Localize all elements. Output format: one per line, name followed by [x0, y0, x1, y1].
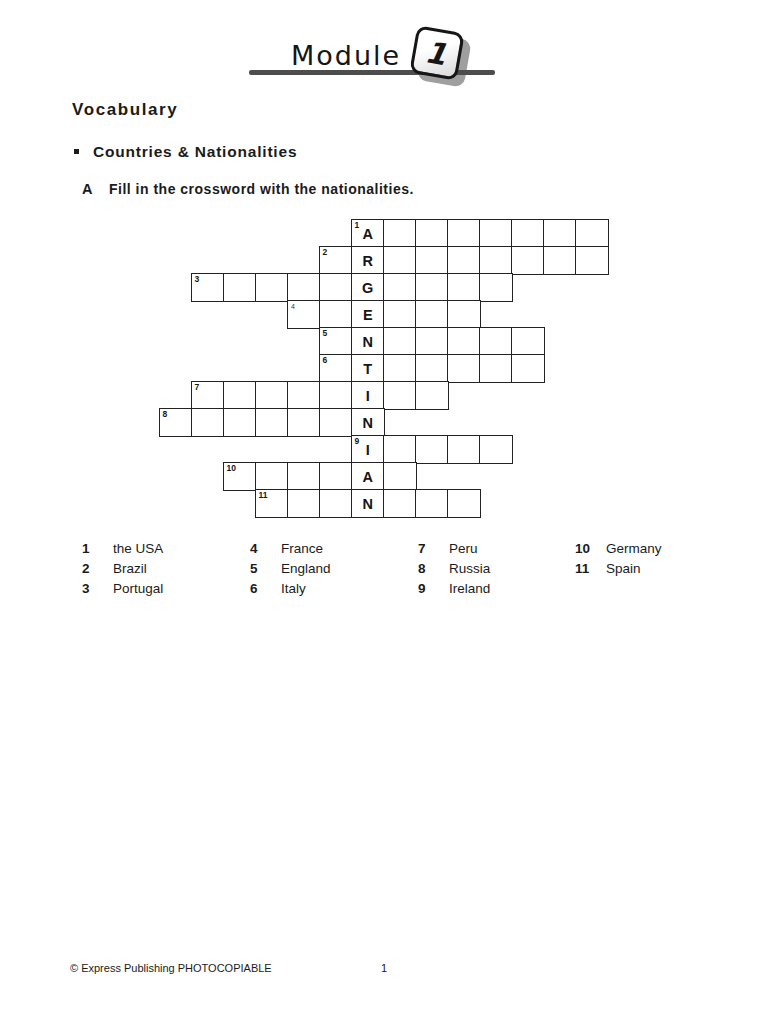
cell-letter: N	[363, 332, 373, 350]
crossword-cell-r2c13[interactable]	[543, 246, 577, 275]
crossword-cell-r2c6[interactable]: 2	[319, 246, 353, 275]
crossword-cell-r2c12[interactable]	[511, 246, 545, 275]
crossword-cell-r7c4[interactable]	[255, 381, 289, 410]
worksheet-page: { "game": "crossword", "position": "####…	[0, 0, 768, 1024]
crossword-cell-r9c10[interactable]	[447, 435, 481, 464]
crossword-cell-r9c7[interactable]: 9I	[351, 435, 385, 464]
clue-number: 6	[323, 356, 328, 365]
exercise-instructions: Fill in the crossword with the nationali…	[109, 181, 414, 197]
crossword-cell-r3c5[interactable]	[287, 273, 321, 302]
crossword-cell-r6c12[interactable]	[511, 354, 545, 383]
crossword-cell-r4c5[interactable]: 4	[287, 300, 321, 329]
clue-list-number: 5	[250, 559, 281, 579]
clue-item: 2Brazil	[82, 558, 163, 578]
crossword-cell-r1c12[interactable]	[511, 219, 545, 248]
cell-letter: N	[363, 494, 373, 512]
crossword-cell-r6c6[interactable]: 6	[319, 354, 353, 383]
page-title: Vocabulary	[72, 100, 178, 120]
crossword-cell-r7c2[interactable]: 7	[191, 381, 225, 410]
clue-column-2: 4France5England6Italy	[250, 538, 331, 598]
clue-list: 1the USA2Brazil3Portugal 4France5England…	[0, 538, 768, 602]
crossword-cell-r6c9[interactable]	[415, 354, 449, 383]
crossword-cell-r3c11[interactable]	[479, 273, 513, 302]
cell-letter: R	[363, 251, 373, 269]
crossword-cell-r11c6[interactable]	[319, 489, 353, 518]
crossword-cell-r4c8[interactable]	[383, 300, 417, 329]
clue-list-number: 1	[82, 539, 113, 559]
clue-list-number: 4	[250, 539, 281, 559]
crossword-cell-r9c11[interactable]	[479, 435, 513, 464]
clue-country: Italy	[281, 581, 306, 596]
clue-item: 9Ireland	[418, 578, 490, 598]
clue-number: 4	[291, 303, 295, 310]
crossword-cell-r11c5[interactable]	[287, 489, 321, 518]
crossword-cell-r11c8[interactable]	[383, 489, 417, 518]
crossword-cell-r2c9[interactable]	[415, 246, 449, 275]
crossword-cell-r1c14[interactable]	[575, 219, 609, 248]
clue-country: France	[281, 541, 323, 556]
crossword-cell-r3c7[interactable]: G	[351, 273, 385, 302]
clue-number: 11	[259, 491, 268, 500]
module-title: Module	[291, 40, 401, 71]
exercise-letter: A	[82, 181, 92, 197]
crossword-cell-r5c7[interactable]: N	[351, 327, 385, 356]
clue-country: Russia	[449, 561, 490, 576]
crossword-cell-r1c8[interactable]	[383, 219, 417, 248]
crossword-cell-r2c11[interactable]	[479, 246, 513, 275]
crossword-cell-r8c1[interactable]: 8	[159, 408, 193, 437]
cell-letter: N	[363, 413, 373, 431]
crossword-cell-r2c8[interactable]	[383, 246, 417, 275]
crossword-cell-r7c8[interactable]	[383, 381, 417, 410]
clue-number: 2	[323, 248, 328, 257]
cell-letter: E	[363, 305, 373, 323]
module-header: Module 1	[0, 0, 768, 100]
module-number-badge: 1	[409, 25, 465, 81]
clue-list-number: 10	[575, 539, 606, 559]
crossword-cell-r10c3[interactable]: 10	[223, 462, 257, 491]
crossword-cell-r8c7[interactable]: N	[351, 408, 385, 437]
clue-item: 6Italy	[250, 578, 331, 598]
crossword-cell-r11c9[interactable]	[415, 489, 449, 518]
clue-number: 10	[227, 464, 236, 473]
crossword-cell-r9c8[interactable]	[383, 435, 417, 464]
clue-item: 1the USA	[82, 538, 163, 558]
clue-country: Germany	[606, 541, 662, 556]
clue-list-number: 6	[250, 579, 281, 599]
crossword-cell-r10c7[interactable]: A	[351, 462, 385, 491]
crossword-cell-r5c12[interactable]	[511, 327, 545, 356]
clue-list-number: 7	[418, 539, 449, 559]
footer: 1 © Express Publishing PHOTOCOPIABLE	[0, 962, 768, 978]
clue-list-number: 8	[418, 559, 449, 579]
clue-item: 5England	[250, 558, 331, 578]
crossword-cell-r10c8[interactable]	[383, 462, 417, 491]
crossword-cell-r4c7[interactable]: E	[351, 300, 385, 329]
clue-number: 1	[355, 221, 360, 230]
clue-item: 11Spain	[575, 558, 662, 578]
clue-list-number: 3	[82, 579, 113, 599]
cell-letter: A	[363, 224, 373, 242]
clue-item: 10Germany	[575, 538, 662, 558]
crossword-cell-r5c11[interactable]	[479, 327, 513, 356]
clue-list-number: 11	[575, 559, 606, 579]
crossword-cell-r7c7[interactable]: I	[351, 381, 385, 410]
crossword-cell-r11c4[interactable]: 11	[255, 489, 289, 518]
crossword-cell-r8c5[interactable]	[287, 408, 321, 437]
clue-number: 9	[355, 437, 360, 446]
crossword-cell-r6c8[interactable]	[383, 354, 417, 383]
clue-country: the USA	[113, 541, 163, 556]
clue-number: 5	[323, 329, 328, 338]
crossword-cell-r6c10[interactable]	[447, 354, 481, 383]
crossword-cell-r5c10[interactable]	[447, 327, 481, 356]
crossword-cell-r4c10[interactable]	[447, 300, 481, 329]
clue-item: 3Portugal	[82, 578, 163, 598]
crossword-cell-r7c5[interactable]	[287, 381, 321, 410]
crossword-cell-r1c11[interactable]	[479, 219, 513, 248]
topic-heading: Countries & Nationalities	[93, 143, 297, 161]
crossword-cell-r7c9[interactable]	[415, 381, 449, 410]
cell-letter: G	[362, 278, 373, 296]
crossword-cell-r8c6[interactable]	[319, 408, 353, 437]
crossword-cell-r7c3[interactable]	[223, 381, 257, 410]
crossword-cell-r3c4[interactable]	[255, 273, 289, 302]
crossword-cell-r8c2[interactable]	[191, 408, 225, 437]
exercise-row: A Fill in the crossword with the nationa…	[0, 181, 768, 199]
crossword-cell-r3c10[interactable]	[447, 273, 481, 302]
crossword-cell-r11c7[interactable]: N	[351, 489, 385, 518]
cell-letter: A	[363, 467, 373, 485]
cell-letter: I	[366, 386, 370, 404]
crossword-cell-r3c9[interactable]	[415, 273, 449, 302]
crossword-cell-r8c4[interactable]	[255, 408, 289, 437]
clue-number: 8	[163, 410, 168, 419]
copyright-text: © Express Publishing PHOTOCOPIABLE	[70, 962, 272, 974]
clue-country: Brazil	[113, 561, 147, 576]
clue-number: 3	[195, 275, 200, 284]
crossword-cell-r5c6[interactable]: 5	[319, 327, 353, 356]
crossword-cell-r4c6[interactable]	[319, 300, 353, 329]
module-number: 1	[423, 34, 450, 72]
crossword-cell-r1c10[interactable]	[447, 219, 481, 248]
crossword-cell-r5c8[interactable]	[383, 327, 417, 356]
crossword-cell-r3c8[interactable]	[383, 273, 417, 302]
clue-list-number: 9	[418, 579, 449, 599]
clue-column-3: 7Peru8Russia9Ireland	[418, 538, 490, 598]
clue-country: Portugal	[113, 581, 163, 596]
clue-column-4: 10Germany11Spain	[575, 538, 662, 578]
clue-column-1: 1the USA2Brazil3Portugal	[82, 538, 163, 598]
crossword-cell-r6c11[interactable]	[479, 354, 513, 383]
clue-country: Peru	[449, 541, 478, 556]
clue-number: 7	[195, 383, 200, 392]
crossword-cell-r2c10[interactable]	[447, 246, 481, 275]
crossword-cell-r10c6[interactable]	[319, 462, 353, 491]
crossword-cell-r10c5[interactable]	[287, 462, 321, 491]
clue-list-number: 2	[82, 559, 113, 579]
crossword-cell-r3c2[interactable]: 3	[191, 273, 225, 302]
cell-letter: T	[363, 359, 372, 377]
clue-country: England	[281, 561, 331, 576]
crossword-cell-r3c3[interactable]	[223, 273, 257, 302]
crossword-cell-r8c3[interactable]	[223, 408, 257, 437]
crossword-cell-r1c9[interactable]	[415, 219, 449, 248]
crossword-cell-r1c13[interactable]	[543, 219, 577, 248]
crossword-cell-r1c7[interactable]: 1A	[351, 219, 385, 248]
clue-country: Ireland	[449, 581, 490, 596]
crossword-cell-r9c9[interactable]	[415, 435, 449, 464]
crossword-cell-r3c6[interactable]	[319, 273, 353, 302]
crossword-cell-r11c10[interactable]	[447, 489, 481, 518]
crossword-cell-r4c9[interactable]	[415, 300, 449, 329]
cell-letter: I	[366, 440, 370, 458]
crossword-cell-r5c9[interactable]	[415, 327, 449, 356]
crossword-cell-r2c14[interactable]	[575, 246, 609, 275]
crossword-cell-r2c7[interactable]: R	[351, 246, 385, 275]
clue-item: 4France	[250, 538, 331, 558]
crossword-grid: 1A2R3G4E5N6T7I8N9I10A11N	[159, 219, 609, 518]
crossword-cell-r6c7[interactable]: T	[351, 354, 385, 383]
clue-item: 7Peru	[418, 538, 490, 558]
clue-item: 8Russia	[418, 558, 490, 578]
crossword-cell-r7c6[interactable]	[319, 381, 353, 410]
clue-country: Spain	[606, 561, 641, 576]
crossword-cell-r10c4[interactable]	[255, 462, 289, 491]
bullet-square-icon	[74, 149, 79, 154]
